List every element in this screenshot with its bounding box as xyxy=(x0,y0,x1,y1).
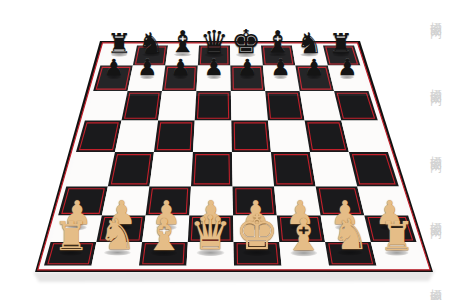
piece-black-knight-g8[interactable]: ♞ xyxy=(296,28,322,57)
square-f5[interactable] xyxy=(268,121,310,153)
piece-white-queen-d1[interactable]: ♛ xyxy=(190,210,232,257)
square-c4[interactable] xyxy=(149,152,193,187)
square-e4[interactable] xyxy=(232,152,274,187)
piece-white-king-e1[interactable]: ♚ xyxy=(235,208,278,256)
watermark-text: 摄图网 xyxy=(427,79,444,88)
piece-black-rook-h8[interactable]: ♜ xyxy=(329,30,353,57)
piece-white-rook-h1[interactable]: ♜ xyxy=(379,216,414,256)
piece-black-bishop-c8[interactable]: ♝ xyxy=(169,27,196,57)
piece-black-knight-b8[interactable]: ♞ xyxy=(138,28,164,57)
piece-black-pawn-h7[interactable]: ♟ xyxy=(337,56,357,78)
piece-black-pawn-c7[interactable]: ♟ xyxy=(171,56,191,78)
piece-white-rook-a1[interactable]: ♜ xyxy=(53,216,88,256)
piece-black-pawn-a7[interactable]: ♟ xyxy=(104,56,124,78)
square-b5[interactable] xyxy=(115,121,158,153)
piece-white-bishop-f1[interactable]: ♝ xyxy=(284,212,323,256)
piece-black-rook-a8[interactable]: ♜ xyxy=(107,30,131,57)
piece-white-knight-g1[interactable]: ♞ xyxy=(331,214,369,256)
piece-black-pawn-d7[interactable]: ♟ xyxy=(204,56,224,78)
piece-black-king-e8[interactable]: ♚ xyxy=(231,24,261,57)
watermark-text: 摄图网 xyxy=(427,212,444,221)
piece-black-bishop-f8[interactable]: ♝ xyxy=(264,27,291,57)
piece-black-pawn-g7[interactable]: ♟ xyxy=(304,56,324,78)
square-d4[interactable] xyxy=(191,152,233,187)
piece-white-knight-b1[interactable]: ♞ xyxy=(99,214,137,256)
piece-black-pawn-f7[interactable]: ♟ xyxy=(271,56,291,78)
square-f4[interactable] xyxy=(271,152,316,187)
piece-black-queen-d8[interactable]: ♛ xyxy=(200,25,229,57)
piece-black-pawn-b7[interactable]: ♟ xyxy=(137,56,157,78)
square-d5[interactable] xyxy=(193,121,232,153)
piece-white-bishop-c1[interactable]: ♝ xyxy=(144,212,183,256)
watermark-text: 摄图网 xyxy=(427,279,444,288)
watermark-text: 摄图网 xyxy=(427,146,444,155)
piece-black-pawn-e7[interactable]: ♟ xyxy=(237,56,257,78)
watermark-text: 摄图网 xyxy=(427,12,444,21)
watermark: 摄图网摄图网摄图网摄图网摄图网 xyxy=(427,12,444,288)
square-e5[interactable] xyxy=(231,121,271,153)
photo-canvas: ♜♞♝♛♚♝♞♜♟♟♟♟♟♟♟♟♟♟♟♟♟♟♟♟♜♞♝♛♚♝♞♜ 摄图网摄图网摄… xyxy=(0,0,450,300)
